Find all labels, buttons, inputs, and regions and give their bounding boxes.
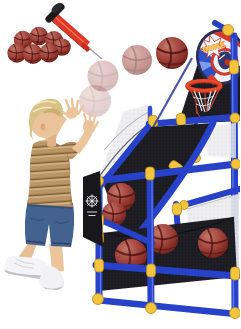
ball-cluster — [7, 27, 71, 64]
foot-connector — [146, 303, 157, 314]
ghost-ball — [88, 61, 119, 92]
product-photo: DUNK — [0, 0, 240, 329]
ball-flight-trail — [79, 37, 188, 117]
ghost-ball — [122, 45, 152, 75]
foot-connector — [230, 308, 241, 319]
side-panel — [83, 171, 103, 247]
flying-ball — [156, 37, 188, 69]
pump-needle — [89, 48, 102, 59]
boy-denim-shorts — [25, 200, 74, 247]
foot-connector — [93, 294, 104, 305]
corner-connector — [223, 25, 234, 36]
pipe-connector — [230, 60, 239, 74]
scene-illustration: DUNK — [0, 0, 240, 329]
